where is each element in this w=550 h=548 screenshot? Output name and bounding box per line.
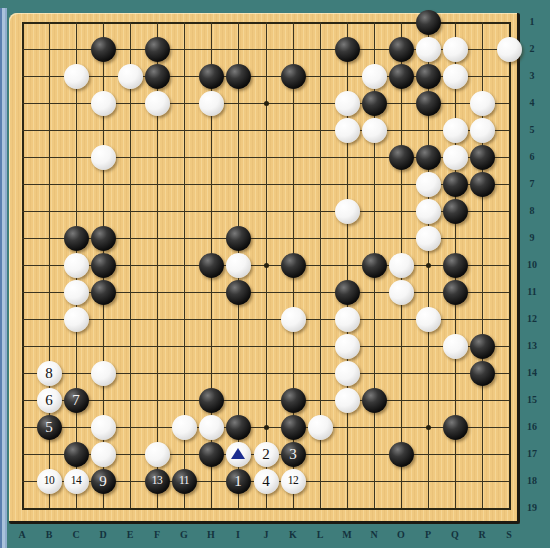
stone-black-Q10	[443, 253, 468, 278]
stone-white-M5	[335, 118, 360, 143]
stone-black-P1	[416, 10, 441, 35]
stone-white-O10	[389, 253, 414, 278]
stone-white-R5	[470, 118, 495, 143]
coord-row-6: 6	[521, 151, 543, 163]
move-number-5: 5	[45, 420, 53, 435]
grid-hline-19	[22, 508, 511, 510]
coord-col-Q: Q	[446, 529, 464, 540]
coord-col-M: M	[338, 529, 356, 540]
coord-row-13: 13	[521, 340, 543, 352]
stone-black-D18: 9	[91, 469, 116, 494]
stone-black-F18: 13	[145, 469, 170, 494]
stone-black-R14	[470, 361, 495, 386]
star-point-P16	[426, 425, 431, 430]
stone-white-Q13	[443, 334, 468, 359]
coord-col-D: D	[94, 529, 112, 540]
coord-col-H: H	[202, 529, 220, 540]
stone-black-H10	[199, 253, 224, 278]
move-number-11: 11	[179, 475, 189, 487]
stone-black-P3	[416, 64, 441, 89]
coord-row-3: 3	[521, 70, 543, 82]
stone-white-M4	[335, 91, 360, 116]
stone-white-J18: 4	[254, 469, 279, 494]
stone-white-P9	[416, 226, 441, 251]
stone-black-Q8	[443, 199, 468, 224]
coord-col-N: N	[365, 529, 383, 540]
coord-col-I: I	[229, 529, 247, 540]
move-number-2: 2	[262, 447, 270, 462]
stone-white-Q2	[443, 37, 468, 62]
stone-white-N3	[362, 64, 387, 89]
coord-row-12: 12	[521, 313, 543, 325]
grid-vline-S	[509, 22, 511, 510]
coord-col-G: G	[175, 529, 193, 540]
stone-black-R7	[470, 172, 495, 197]
coord-row-7: 7	[521, 178, 543, 190]
coord-row-4: 4	[521, 97, 543, 109]
stone-white-H4	[199, 91, 224, 116]
stone-white-B15: 6	[37, 388, 62, 413]
stone-black-N10	[362, 253, 387, 278]
coord-col-K: K	[284, 529, 302, 540]
stone-black-K10	[281, 253, 306, 278]
grid-vline-E	[130, 22, 131, 510]
stone-black-M2	[335, 37, 360, 62]
stone-black-K17: 3	[281, 442, 306, 467]
star-point-J4	[264, 101, 269, 106]
stone-white-I10	[226, 253, 251, 278]
stone-white-L16	[308, 415, 333, 440]
stone-black-K3	[281, 64, 306, 89]
coord-col-S: S	[500, 529, 518, 540]
stone-white-P12	[416, 307, 441, 332]
stone-white-C3	[64, 64, 89, 89]
stone-white-Q3	[443, 64, 468, 89]
stone-white-C11	[64, 280, 89, 305]
star-point-P10	[426, 263, 431, 268]
stone-white-B14: 8	[37, 361, 62, 386]
move-number-9: 9	[99, 474, 107, 489]
coord-row-2: 2	[521, 43, 543, 55]
coord-col-F: F	[148, 529, 166, 540]
move-number-12: 12	[288, 475, 299, 487]
coord-col-O: O	[392, 529, 410, 540]
move-number-3: 3	[289, 447, 297, 462]
stone-white-D6	[91, 145, 116, 170]
stone-black-H15	[199, 388, 224, 413]
stone-white-Q6	[443, 145, 468, 170]
coord-col-E: E	[121, 529, 139, 540]
stone-white-G16	[172, 415, 197, 440]
stone-black-B16: 5	[37, 415, 62, 440]
move-number-6: 6	[45, 393, 53, 408]
coord-row-9: 9	[521, 232, 543, 244]
stone-white-H16	[199, 415, 224, 440]
stone-white-K18: 12	[281, 469, 306, 494]
stone-black-F3	[145, 64, 170, 89]
stone-white-R4	[470, 91, 495, 116]
coord-row-11: 11	[521, 286, 543, 298]
grid-hline-13	[22, 346, 511, 347]
star-point-J10	[264, 263, 269, 268]
stone-black-P6	[416, 145, 441, 170]
stone-white-S2	[497, 37, 522, 62]
coord-row-5: 5	[521, 124, 543, 136]
stone-white-E3	[118, 64, 143, 89]
coord-col-C: C	[67, 529, 85, 540]
move-number-10: 10	[44, 475, 55, 487]
coord-row-8: 8	[521, 205, 543, 217]
stone-white-P7	[416, 172, 441, 197]
stone-white-C18: 14	[64, 469, 89, 494]
stone-white-F17	[145, 442, 170, 467]
grid-hline-15	[22, 400, 511, 401]
coord-col-P: P	[419, 529, 437, 540]
move-number-7: 7	[72, 393, 80, 408]
coord-col-R: R	[473, 529, 491, 540]
stone-black-H17	[199, 442, 224, 467]
stone-black-O2	[389, 37, 414, 62]
go-diagram-screen: ABCDEFGHIJKLMNOPQRS123456789101112131415…	[0, 0, 550, 548]
stone-black-Q11	[443, 280, 468, 305]
stone-white-P2	[416, 37, 441, 62]
stone-white-D4	[91, 91, 116, 116]
stone-black-Q7	[443, 172, 468, 197]
stone-white-D17	[91, 442, 116, 467]
stone-black-H3	[199, 64, 224, 89]
stone-black-I9	[226, 226, 251, 251]
coord-row-17: 17	[521, 448, 543, 460]
stone-black-C9	[64, 226, 89, 251]
move-number-13: 13	[152, 475, 163, 487]
stone-black-I18: 1	[226, 469, 251, 494]
stone-white-B18: 10	[37, 469, 62, 494]
grid-vline-A	[22, 22, 24, 510]
stone-black-O3	[389, 64, 414, 89]
coord-row-18: 18	[521, 475, 543, 487]
stone-black-I16	[226, 415, 251, 440]
stone-black-D10	[91, 253, 116, 278]
stone-white-Q5	[443, 118, 468, 143]
stone-black-D9	[91, 226, 116, 251]
stone-white-M8	[335, 199, 360, 224]
stone-white-C10	[64, 253, 89, 278]
stone-black-P4	[416, 91, 441, 116]
coord-row-10: 10	[521, 259, 543, 271]
stone-white-D14	[91, 361, 116, 386]
stone-black-F2	[145, 37, 170, 62]
stone-white-M12	[335, 307, 360, 332]
stone-black-I11	[226, 280, 251, 305]
stone-white-P8	[416, 199, 441, 224]
coord-col-B: B	[40, 529, 58, 540]
stone-white-M14	[335, 361, 360, 386]
stone-black-R6	[470, 145, 495, 170]
move-number-1: 1	[234, 474, 242, 489]
coord-col-L: L	[311, 529, 329, 540]
stone-white-M13	[335, 334, 360, 359]
stone-white-I17	[226, 442, 251, 467]
stone-black-C17	[64, 442, 89, 467]
stone-black-O6	[389, 145, 414, 170]
stone-white-C12	[64, 307, 89, 332]
stone-black-N15	[362, 388, 387, 413]
stone-white-K12	[281, 307, 306, 332]
stone-black-D2	[91, 37, 116, 62]
stone-black-K16	[281, 415, 306, 440]
stone-white-J17: 2	[254, 442, 279, 467]
move-number-14: 14	[71, 475, 82, 487]
stone-white-D16	[91, 415, 116, 440]
coord-row-19: 19	[521, 502, 543, 514]
stone-white-F4	[145, 91, 170, 116]
star-point-J16	[264, 425, 269, 430]
window-left-edge	[0, 8, 7, 548]
stone-black-M11	[335, 280, 360, 305]
stone-white-M15	[335, 388, 360, 413]
stone-black-G18: 11	[172, 469, 197, 494]
stone-black-I3	[226, 64, 251, 89]
coord-row-15: 15	[521, 394, 543, 406]
stone-white-N5	[362, 118, 387, 143]
stone-black-D11	[91, 280, 116, 305]
triangle-marker	[231, 448, 245, 459]
coord-col-J: J	[257, 529, 275, 540]
stone-black-C15: 7	[64, 388, 89, 413]
move-number-4: 4	[262, 474, 270, 489]
coord-row-1: 1	[521, 16, 543, 28]
coord-row-16: 16	[521, 421, 543, 433]
stone-black-K15	[281, 388, 306, 413]
stone-black-N4	[362, 91, 387, 116]
coord-col-A: A	[13, 529, 31, 540]
move-number-8: 8	[45, 366, 53, 381]
stone-black-R13	[470, 334, 495, 359]
stone-black-O17	[389, 442, 414, 467]
stone-white-O11	[389, 280, 414, 305]
stone-black-Q16	[443, 415, 468, 440]
coord-row-14: 14	[521, 367, 543, 379]
